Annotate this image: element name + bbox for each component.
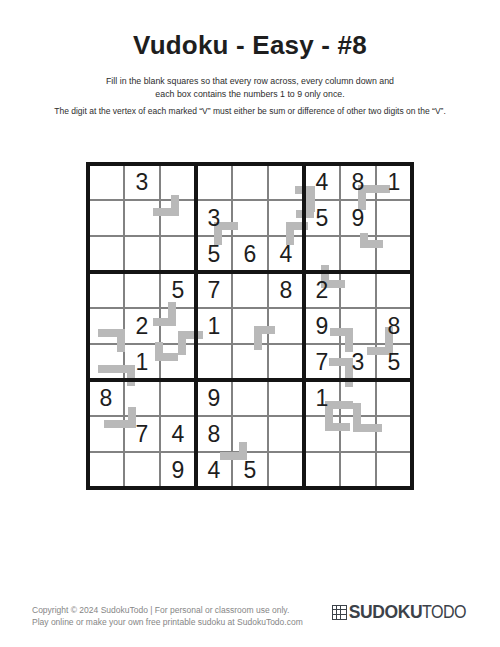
given-cell-r2c8: 9: [340, 200, 376, 236]
empty-cell-r9c6[interactable]: [268, 452, 304, 488]
given-cell-r1c8: 8: [340, 164, 376, 200]
empty-cell-r8c6[interactable]: [268, 416, 304, 452]
empty-cell-r4c9[interactable]: [376, 272, 412, 308]
given-cell-r9c4: 4: [196, 452, 232, 488]
empty-cell-r8c8[interactable]: [340, 416, 376, 452]
empty-cell-r2c5[interactable]: [232, 200, 268, 236]
empty-cell-r5c8[interactable]: [340, 308, 376, 344]
logo-text-light: TODO: [422, 602, 466, 623]
grid-icon: [332, 605, 347, 620]
given-cell-r8c3: 4: [160, 416, 196, 452]
empty-cell-r5c5[interactable]: [232, 308, 268, 344]
copyright-text: Copyright © 2024 SudokuTodo | For person…: [32, 605, 303, 628]
empty-cell-r1c3[interactable]: [160, 164, 196, 200]
empty-cell-r3c9[interactable]: [376, 236, 412, 272]
empty-cell-r5c1[interactable]: [88, 308, 124, 344]
empty-cell-r3c2[interactable]: [124, 236, 160, 272]
given-cell-r5c4: 1: [196, 308, 232, 344]
copyright-line-2: Play online or make your own free printa…: [32, 617, 303, 629]
empty-cell-r7c3[interactable]: [160, 380, 196, 416]
empty-cell-r1c4[interactable]: [196, 164, 232, 200]
vudoku-board: 3481359564578221981735891748945: [88, 164, 412, 488]
empty-cell-r8c7[interactable]: [304, 416, 340, 452]
given-cell-r4c7: 2: [304, 272, 340, 308]
empty-cell-r7c8[interactable]: [340, 380, 376, 416]
empty-cell-r2c2[interactable]: [124, 200, 160, 236]
v-rule-instruction: The digit at the vertex of each marked “…: [14, 106, 486, 116]
given-cell-r4c4: 7: [196, 272, 232, 308]
empty-cell-r9c8[interactable]: [340, 452, 376, 488]
empty-cell-r5c3[interactable]: [160, 308, 196, 344]
empty-cell-r3c1[interactable]: [88, 236, 124, 272]
empty-cell-r1c1[interactable]: [88, 164, 124, 200]
rules-line-1: Fill in the blank squares so that every …: [10, 75, 490, 88]
empty-cell-r6c4[interactable]: [196, 344, 232, 380]
given-cell-r3c4: 5: [196, 236, 232, 272]
given-cell-r1c2: 3: [124, 164, 160, 200]
given-cell-r2c4: 3: [196, 200, 232, 236]
given-cell-r8c2: 7: [124, 416, 160, 452]
empty-cell-r3c3[interactable]: [160, 236, 196, 272]
empty-cell-r6c6[interactable]: [268, 344, 304, 380]
given-cell-r4c3: 5: [160, 272, 196, 308]
empty-cell-r1c6[interactable]: [268, 164, 304, 200]
given-cell-r9c3: 9: [160, 452, 196, 488]
empty-cell-r2c3[interactable]: [160, 200, 196, 236]
empty-cell-r4c2[interactable]: [124, 272, 160, 308]
given-cell-r9c5: 5: [232, 452, 268, 488]
empty-cell-r9c7[interactable]: [304, 452, 340, 488]
given-cell-r5c9: 8: [376, 308, 412, 344]
given-cell-r1c9: 1: [376, 164, 412, 200]
empty-cell-r6c3[interactable]: [160, 344, 196, 380]
empty-cell-r6c1[interactable]: [88, 344, 124, 380]
empty-cell-r4c1[interactable]: [88, 272, 124, 308]
empty-cell-r8c1[interactable]: [88, 416, 124, 452]
given-cell-r6c2: 1: [124, 344, 160, 380]
given-cell-r1c7: 4: [304, 164, 340, 200]
given-cell-r7c1: 8: [88, 380, 124, 416]
empty-cell-r8c5[interactable]: [232, 416, 268, 452]
empty-cell-r7c6[interactable]: [268, 380, 304, 416]
sudokutodo-logo: SUDOKU TODO: [332, 602, 470, 623]
empty-cell-r6c5[interactable]: [232, 344, 268, 380]
given-cell-r7c4: 9: [196, 380, 232, 416]
empty-cell-r4c8[interactable]: [340, 272, 376, 308]
given-cell-r3c5: 6: [232, 236, 268, 272]
empty-cell-r9c9[interactable]: [376, 452, 412, 488]
empty-cell-r4c5[interactable]: [232, 272, 268, 308]
empty-cell-r1c5[interactable]: [232, 164, 268, 200]
empty-cell-r2c1[interactable]: [88, 200, 124, 236]
given-cell-r6c8: 3: [340, 344, 376, 380]
rules-line-2: each box contains the numbers 1 to 9 onl…: [10, 88, 490, 101]
given-cell-r3c6: 4: [268, 236, 304, 272]
empty-cell-r3c8[interactable]: [340, 236, 376, 272]
logo-text-bold: SUDOKU: [349, 602, 422, 623]
given-cell-r5c7: 9: [304, 308, 340, 344]
empty-cell-r8c9[interactable]: [376, 416, 412, 452]
empty-cell-r7c9[interactable]: [376, 380, 412, 416]
empty-cell-r2c6[interactable]: [268, 200, 304, 236]
given-cell-r4c6: 8: [268, 272, 304, 308]
copyright-line-1: Copyright © 2024 SudokuTodo | For person…: [32, 605, 303, 617]
empty-cell-r5c6[interactable]: [268, 308, 304, 344]
puzzle-rules: Fill in the blank squares so that every …: [10, 75, 490, 100]
page-title: Vudoku - Easy - #8: [0, 30, 500, 61]
given-cell-r7c7: 1: [304, 380, 340, 416]
empty-cell-r3c7[interactable]: [304, 236, 340, 272]
empty-cell-r9c1[interactable]: [88, 452, 124, 488]
given-cell-r5c2: 2: [124, 308, 160, 344]
empty-cell-r7c5[interactable]: [232, 380, 268, 416]
given-cell-r6c9: 5: [376, 344, 412, 380]
empty-cell-r2c9[interactable]: [376, 200, 412, 236]
given-cell-r8c4: 8: [196, 416, 232, 452]
empty-cell-r7c2[interactable]: [124, 380, 160, 416]
given-cell-r6c7: 7: [304, 344, 340, 380]
empty-cell-r9c2[interactable]: [124, 452, 160, 488]
given-cell-r2c7: 5: [304, 200, 340, 236]
cells-layer: 3481359564578221981735891748945: [88, 164, 412, 488]
